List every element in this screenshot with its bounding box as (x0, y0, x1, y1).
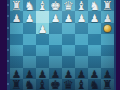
square-a6[interactable] (101, 56, 114, 67)
square-h4[interactable] (10, 34, 23, 45)
white-pawn-h2[interactable]: ♟ (12, 13, 21, 24)
black-rook-a8[interactable]: ♜ (102, 79, 113, 91)
square-f3[interactable]: ♟ (36, 23, 49, 34)
square-f1[interactable]: ♝ (36, 0, 49, 11)
white-rook-a1[interactable]: ♜ (102, 0, 113, 12)
square-b1[interactable]: ♞ (88, 0, 101, 11)
black-queen-d8[interactable]: ♛ (63, 79, 74, 91)
white-pawn-a2[interactable]: ♟ (103, 13, 112, 24)
board-edge-notch (7, 72, 9, 74)
square-g4[interactable] (23, 34, 36, 45)
square-e5[interactable] (49, 45, 62, 56)
square-b8[interactable]: ♞ (88, 79, 101, 90)
gold-coin[interactable] (104, 25, 111, 32)
square-c4[interactable] (75, 34, 88, 45)
square-e4[interactable] (49, 34, 62, 45)
white-bishop-f1[interactable]: ♝ (37, 0, 48, 12)
square-h2[interactable]: ♟ (10, 11, 23, 22)
square-f8[interactable]: ♝ (36, 79, 49, 90)
square-g1[interactable]: ♞ (23, 0, 36, 11)
board-edge-notch (7, 49, 9, 51)
square-e8[interactable]: ♚ (49, 79, 62, 90)
white-knight-b1[interactable]: ♞ (89, 0, 100, 12)
square-g5[interactable] (23, 45, 36, 56)
square-g6[interactable] (23, 56, 36, 67)
black-bishop-f8[interactable]: ♝ (37, 79, 48, 91)
board-edge-notch (7, 4, 9, 6)
square-b5[interactable] (88, 45, 101, 56)
white-pawn-b2[interactable]: ♟ (90, 13, 99, 24)
square-f2[interactable] (36, 11, 49, 22)
white-pawn-f3[interactable]: ♟ (38, 24, 47, 35)
square-f5[interactable] (36, 45, 49, 56)
black-king-e8[interactable]: ♚ (50, 79, 61, 91)
square-c6[interactable] (75, 56, 88, 67)
white-pawn-g2[interactable]: ♟ (25, 13, 34, 24)
square-d2[interactable]: ♟ (62, 11, 75, 22)
square-c8[interactable]: ♝ (75, 79, 88, 90)
white-pawn-e2[interactable]: ♟ (51, 13, 60, 24)
square-e2[interactable]: ♟ (49, 11, 62, 22)
square-g2[interactable]: ♟ (23, 11, 36, 22)
square-a8[interactable]: ♜ (101, 79, 114, 90)
square-a3[interactable] (101, 23, 114, 34)
square-g8[interactable]: ♞ (23, 79, 36, 90)
square-b6[interactable] (88, 56, 101, 67)
square-a2[interactable]: ♟ (101, 11, 114, 22)
board-edge-notch (7, 83, 9, 85)
square-c3[interactable] (75, 23, 88, 34)
square-d3[interactable] (62, 23, 75, 34)
white-queen-d1[interactable]: ♛ (63, 0, 74, 12)
square-c2[interactable]: ♟ (75, 11, 88, 22)
board-edge-notch (7, 27, 9, 29)
square-d4[interactable] (62, 34, 75, 45)
square-e3[interactable] (49, 23, 62, 34)
square-b4[interactable] (88, 34, 101, 45)
white-pawn-c2[interactable]: ♟ (77, 13, 86, 24)
square-d5[interactable] (62, 45, 75, 56)
white-bishop-c1[interactable]: ♝ (76, 0, 87, 12)
board-right-edge (114, 0, 116, 90)
black-knight-g8[interactable]: ♞ (24, 79, 35, 91)
square-c5[interactable] (75, 45, 88, 56)
chess-board[interactable]: ♜♞♝♚♛♝♞♜♟♟♟♟♟♟♟♟♟♟♟♟♟♟♟♟♜♞♝♚♛♝♞♜ (10, 0, 114, 90)
square-h5[interactable] (10, 45, 23, 56)
square-g3[interactable] (23, 23, 36, 34)
square-b3[interactable] (88, 23, 101, 34)
square-f6[interactable] (36, 56, 49, 67)
square-d1[interactable]: ♛ (62, 0, 75, 11)
board-edge-notch (7, 15, 9, 17)
square-e6[interactable] (49, 56, 62, 67)
square-c1[interactable]: ♝ (75, 0, 88, 11)
square-h6[interactable] (10, 56, 23, 67)
square-a1[interactable]: ♜ (101, 0, 114, 11)
black-bishop-c8[interactable]: ♝ (76, 79, 87, 91)
square-d8[interactable]: ♛ (62, 79, 75, 90)
square-h8[interactable]: ♜ (10, 79, 23, 90)
square-d6[interactable] (62, 56, 75, 67)
square-a4[interactable] (101, 34, 114, 45)
white-rook-h1[interactable]: ♜ (11, 0, 22, 12)
square-h1[interactable]: ♜ (10, 0, 23, 11)
black-rook-h8[interactable]: ♜ (11, 79, 22, 91)
square-f4[interactable] (36, 34, 49, 45)
white-pawn-d2[interactable]: ♟ (64, 13, 73, 24)
square-h3[interactable] (10, 23, 23, 34)
white-king-e1[interactable]: ♚ (50, 0, 61, 12)
square-b2[interactable]: ♟ (88, 11, 101, 22)
board-edge-notch (7, 60, 9, 62)
board-edge-notch (7, 38, 9, 40)
app-background: ♜♞♝♚♛♝♞♜♟♟♟♟♟♟♟♟♟♟♟♟♟♟♟♟♜♞♝♚♛♝♞♜ (0, 0, 120, 90)
square-e1[interactable]: ♚ (49, 0, 62, 11)
white-knight-g1[interactable]: ♞ (24, 0, 35, 12)
square-a5[interactable] (101, 45, 114, 56)
black-knight-b8[interactable]: ♞ (89, 79, 100, 91)
